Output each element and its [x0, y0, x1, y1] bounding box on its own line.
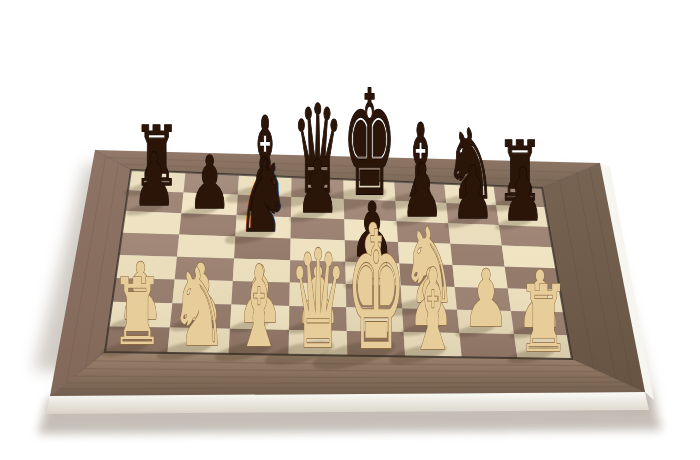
piece-black-pawn-a7: ♟ [133, 138, 176, 223]
piece-white-rook-a1: ♜ [111, 258, 164, 365]
piece-black-pawn-h7: ♟ [502, 152, 545, 237]
chessboard-photo: ♜♝♛♚♝♞♜♟♟♟♟♟♟♟♞♟♟♞♟♟♟♟♟♟♟♜♞♝♛♚♝♜ [0, 0, 700, 460]
piece-black-pawn-d7: ♟ [296, 144, 339, 229]
piece-white-bishop-f1: ♝ [410, 245, 456, 376]
piece-black-pawn-b7: ♟ [188, 140, 231, 225]
piece-white-rook-h1: ♜ [517, 265, 570, 372]
piece-black-knight-c6: ♞ [237, 138, 290, 253]
piece-white-pawn-g2: ♟ [463, 253, 510, 345]
piece-white-knight-b1: ♞ [170, 246, 228, 371]
chessboard-photo-stage: ♜♝♛♚♝♞♜♟♟♟♟♟♟♟♞♟♟♞♟♟♟♟♟♟♟♜♞♝♛♚♝♜ [0, 0, 700, 460]
piece-white-queen-d1: ♛ [289, 221, 347, 380]
piece-white-bishop-c1: ♝ [236, 242, 282, 373]
piece-white-king-e1: ♚ [346, 196, 406, 386]
piece-black-pawn-g7: ♟ [452, 150, 495, 235]
